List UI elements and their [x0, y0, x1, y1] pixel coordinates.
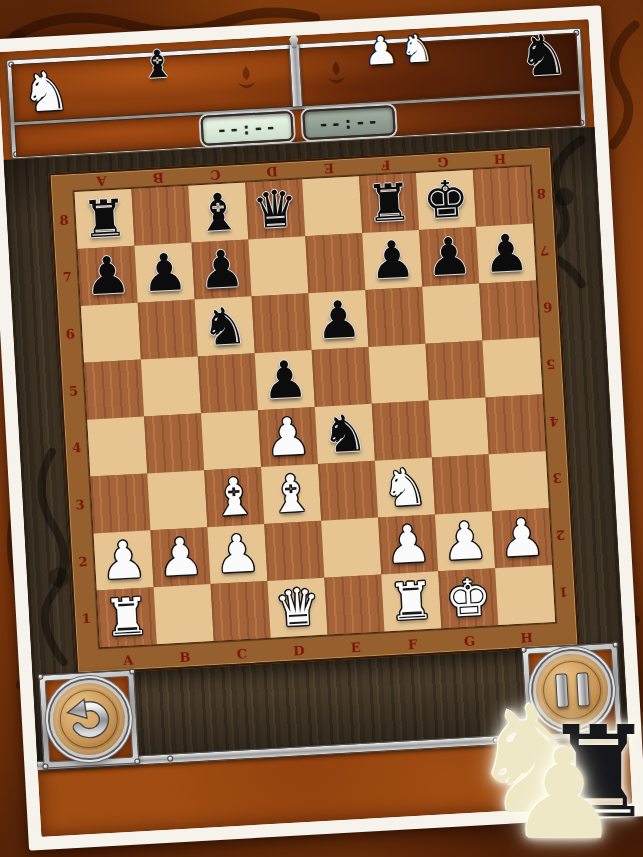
- black-pawn[interactable]: ♟: [197, 240, 246, 299]
- square-f2[interactable]: ♟: [378, 514, 438, 574]
- fleur-ornament-right: [323, 59, 351, 90]
- square-b3[interactable]: [147, 470, 207, 530]
- square-h1[interactable]: [495, 565, 555, 625]
- captured-white-pawn-icon: ♟: [363, 31, 399, 71]
- black-pawn[interactable]: ♟: [482, 224, 531, 283]
- board-grid: ♜♝♛♜♚♟♟♟♟♟♟♞♟♟♟♞♝♝♞♟♟♟♟♟♟♜♛♜♚: [73, 166, 556, 649]
- coordinate-label: 3: [548, 449, 567, 507]
- black-pawn[interactable]: ♟: [425, 227, 474, 286]
- app-store-screenshot: { "game": "chess", "app_theme": "wood-an…: [0, 0, 643, 857]
- undo-arrow-icon: [65, 696, 113, 742]
- square-d7[interactable]: [248, 236, 308, 296]
- square-g8[interactable]: ♚: [416, 170, 476, 230]
- square-g4[interactable]: [429, 397, 489, 457]
- square-h6[interactable]: [479, 280, 539, 340]
- square-d5[interactable]: ♟: [255, 350, 315, 410]
- square-g3[interactable]: [432, 454, 492, 514]
- black-pawn[interactable]: ♟: [314, 290, 363, 349]
- black-pawn[interactable]: ♟: [83, 246, 132, 305]
- white-queen[interactable]: ♛: [273, 578, 322, 637]
- captured-by-white-tray: ♝: [139, 44, 175, 84]
- captured-white-knight-icon: ♞: [399, 29, 435, 69]
- square-a7[interactable]: ♟: [78, 246, 138, 306]
- square-a6[interactable]: [81, 303, 141, 363]
- white-pawn[interactable]: ♟: [264, 407, 313, 466]
- square-c3[interactable]: ♝: [204, 467, 264, 527]
- coordinate-label: E: [327, 638, 385, 656]
- square-e2[interactable]: [321, 518, 381, 578]
- coordinate-label: 2: [551, 506, 570, 564]
- square-e8[interactable]: [302, 176, 362, 236]
- undo-button[interactable]: [48, 678, 130, 760]
- coordinate-label: A: [99, 651, 157, 669]
- square-e6[interactable]: ♟: [308, 290, 368, 350]
- square-h3[interactable]: [489, 451, 549, 511]
- pause-icon: [555, 672, 590, 708]
- white-pawn[interactable]: ♟: [156, 527, 205, 586]
- square-d3[interactable]: ♝: [261, 464, 321, 524]
- square-c4[interactable]: [201, 410, 261, 470]
- square-h8[interactable]: [473, 167, 533, 227]
- coordinate-label: 4: [544, 392, 563, 450]
- coordinate-label: H: [498, 629, 556, 647]
- square-f6[interactable]: [365, 287, 425, 347]
- square-c7[interactable]: ♟: [191, 239, 251, 299]
- coordinate-label: 4: [67, 419, 86, 477]
- coordinate-label: 6: [538, 278, 557, 336]
- white-clock: --:--: [200, 111, 294, 146]
- square-b6[interactable]: [138, 300, 198, 360]
- square-e1[interactable]: [324, 575, 384, 635]
- coordinate-label: B: [156, 648, 214, 666]
- white-pawn[interactable]: ♟: [99, 531, 148, 590]
- square-e5[interactable]: [312, 347, 372, 407]
- white-player-icon: ♞: [20, 64, 71, 121]
- coordinate-label: F: [384, 635, 442, 653]
- square-b5[interactable]: [141, 356, 201, 416]
- square-h5[interactable]: [482, 337, 542, 397]
- black-pawn[interactable]: ♟: [140, 243, 189, 302]
- square-g7[interactable]: ♟: [419, 227, 479, 287]
- square-e4[interactable]: ♞: [315, 404, 375, 464]
- white-pawn[interactable]: ♟: [441, 512, 490, 571]
- white-knight[interactable]: ♞: [381, 458, 430, 517]
- white-pawn[interactable]: ♟: [213, 524, 262, 583]
- square-g1[interactable]: ♚: [438, 568, 498, 628]
- coordinate-label: 7: [535, 222, 554, 280]
- coordinate-label: 8: [532, 165, 551, 223]
- coordinate-label: 5: [64, 362, 83, 420]
- square-d1[interactable]: ♛: [267, 578, 327, 638]
- coordinate-label: 1: [77, 590, 96, 648]
- black-queen[interactable]: ♛: [251, 180, 300, 239]
- square-e7[interactable]: [305, 233, 365, 293]
- white-king[interactable]: ♚: [444, 568, 493, 627]
- black-pawn[interactable]: ♟: [260, 350, 309, 409]
- square-b7[interactable]: ♟: [135, 243, 195, 303]
- coordinate-label: 8: [54, 191, 73, 249]
- square-d6[interactable]: [252, 293, 312, 353]
- coordinate-label: 7: [58, 248, 77, 306]
- undo-bracket: [38, 669, 139, 768]
- chess-app-screen: ♞ ♝ ♟♞ ♞ --:-- --:--: [0, 19, 632, 837]
- white-rook[interactable]: ♜: [387, 572, 436, 631]
- square-h4[interactable]: [486, 394, 546, 454]
- square-c5[interactable]: [198, 353, 258, 413]
- black-rook[interactable]: ♜: [365, 173, 414, 232]
- square-a1[interactable]: ♜: [97, 587, 157, 647]
- captured-black-bishop-icon: ♝: [139, 44, 175, 84]
- white-pawn[interactable]: ♟: [498, 508, 547, 567]
- black-king[interactable]: ♚: [422, 170, 471, 229]
- black-knight[interactable]: ♞: [200, 297, 249, 356]
- black-player-icon: ♞: [517, 26, 570, 85]
- coordinate-label: G: [441, 632, 499, 650]
- square-f1[interactable]: ♜: [381, 571, 441, 631]
- white-bishop[interactable]: ♝: [267, 464, 316, 523]
- white-rook[interactable]: ♜: [102, 588, 151, 647]
- square-c6[interactable]: ♞: [195, 296, 255, 356]
- square-b8[interactable]: [131, 186, 191, 246]
- square-d8[interactable]: ♛: [245, 179, 305, 239]
- black-bishop[interactable]: ♝: [194, 183, 243, 242]
- pause-bracket: [522, 642, 623, 741]
- coordinate-label: 1: [554, 563, 573, 621]
- pause-button[interactable]: [531, 649, 613, 731]
- coordinate-label: 2: [74, 533, 93, 591]
- square-f5[interactable]: [369, 344, 429, 404]
- app-screenshot-frame: ♞ ♝ ♟♞ ♞ --:-- --:--: [0, 5, 643, 850]
- white-bishop[interactable]: ♝: [210, 467, 259, 526]
- coordinate-label: D: [270, 642, 328, 660]
- square-g5[interactable]: [425, 341, 485, 401]
- black-rook[interactable]: ♜: [80, 189, 129, 248]
- captured-by-black-tray: ♟♞: [363, 29, 435, 71]
- square-f3[interactable]: ♞: [375, 458, 435, 518]
- black-knight[interactable]: ♞: [320, 404, 369, 463]
- square-a5[interactable]: [84, 360, 144, 420]
- square-f7[interactable]: ♟: [362, 230, 422, 290]
- black-clock: --:--: [302, 105, 396, 140]
- square-g2[interactable]: ♟: [435, 511, 495, 571]
- square-e3[interactable]: [318, 461, 378, 521]
- coordinate-label: C: [213, 645, 271, 663]
- black-pawn[interactable]: ♟: [368, 230, 417, 289]
- square-a2[interactable]: ♟: [94, 530, 154, 590]
- square-c8[interactable]: ♝: [188, 183, 248, 243]
- square-b1[interactable]: [154, 584, 214, 644]
- coordinate-label: 6: [61, 305, 80, 363]
- square-a8[interactable]: ♜: [74, 189, 134, 249]
- square-b4[interactable]: [144, 413, 204, 473]
- square-c2[interactable]: ♟: [207, 524, 267, 584]
- square-d2[interactable]: [264, 521, 324, 581]
- square-b2[interactable]: ♟: [150, 527, 210, 587]
- square-d4[interactable]: ♟: [258, 407, 318, 467]
- square-g6[interactable]: [422, 284, 482, 344]
- bar-center-divider: [289, 43, 304, 108]
- coordinate-label: 3: [70, 476, 89, 534]
- square-h7[interactable]: ♟: [476, 224, 536, 284]
- coordinate-label: 5: [541, 335, 560, 393]
- square-h2[interactable]: ♟: [492, 508, 552, 568]
- square-f4[interactable]: [372, 401, 432, 461]
- square-a4[interactable]: [87, 417, 147, 477]
- square-a3[interactable]: [90, 473, 150, 533]
- square-f8[interactable]: ♜: [359, 173, 419, 233]
- chess-board: ABCDEFGH ABCDEFGH 87654321 87654321 ♜♝♛♜…: [48, 145, 579, 674]
- square-c1[interactable]: [211, 581, 271, 641]
- fleur-ornament-left: [233, 64, 261, 95]
- white-pawn[interactable]: ♟: [384, 515, 433, 574]
